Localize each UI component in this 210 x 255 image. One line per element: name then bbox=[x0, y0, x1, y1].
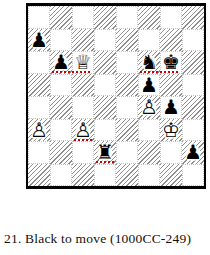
piece-black-king-g6: ♚ bbox=[162, 51, 180, 73]
piece-white-pawn-a3: ♙ bbox=[30, 119, 48, 141]
square-c1 bbox=[72, 164, 94, 187]
piece-black-rook-d2: ♜ bbox=[96, 141, 114, 163]
diagram-caption: 21. Black to move (1000CC-249) bbox=[4, 231, 191, 247]
square-b8 bbox=[50, 6, 72, 29]
square-d8 bbox=[94, 6, 116, 29]
red-squiggle-underline-d2 bbox=[96, 161, 114, 163]
square-f4: ♙ bbox=[138, 96, 160, 119]
square-a3: ♙ bbox=[28, 119, 50, 142]
square-f1 bbox=[138, 164, 160, 187]
square-b5 bbox=[50, 74, 72, 97]
square-e5 bbox=[116, 74, 138, 97]
square-a2 bbox=[28, 141, 50, 164]
square-d6 bbox=[94, 51, 116, 74]
square-f8 bbox=[138, 6, 160, 29]
square-e6 bbox=[116, 51, 138, 74]
piece-black-pawn-g4: ♟ bbox=[162, 96, 180, 118]
square-g5 bbox=[160, 74, 182, 97]
square-h5 bbox=[182, 74, 204, 97]
square-f7 bbox=[138, 29, 160, 52]
square-g1 bbox=[160, 164, 182, 187]
square-g2 bbox=[160, 141, 182, 164]
square-a1 bbox=[28, 164, 50, 187]
square-c5 bbox=[72, 74, 94, 97]
square-h1 bbox=[182, 164, 204, 187]
square-b4 bbox=[50, 96, 72, 119]
square-b7 bbox=[50, 29, 72, 52]
square-g4: ♟ bbox=[160, 96, 182, 119]
square-c8 bbox=[72, 6, 94, 29]
square-d5 bbox=[94, 74, 116, 97]
square-h6 bbox=[182, 51, 204, 74]
square-a5 bbox=[28, 74, 50, 97]
piece-black-knight-f6: ♞ bbox=[140, 51, 158, 73]
square-d7 bbox=[94, 29, 116, 52]
piece-black-pawn-b6: ♟ bbox=[52, 51, 70, 73]
square-e2 bbox=[116, 141, 138, 164]
square-b1 bbox=[50, 164, 72, 187]
square-e7 bbox=[116, 29, 138, 52]
square-h4 bbox=[182, 96, 204, 119]
square-f2 bbox=[138, 141, 160, 164]
square-b2 bbox=[50, 141, 72, 164]
square-d1 bbox=[94, 164, 116, 187]
piece-black-pawn-h2: ♟ bbox=[184, 141, 202, 163]
square-h7 bbox=[182, 29, 204, 52]
piece-white-pawn-c3: ♙ bbox=[74, 119, 92, 141]
square-g3: ♔ bbox=[160, 119, 182, 142]
square-f3 bbox=[138, 119, 160, 142]
square-a6 bbox=[28, 51, 50, 74]
red-squiggle-underline-b6-c6 bbox=[52, 71, 92, 73]
piece-white-queen-c6: ♕ bbox=[74, 51, 92, 73]
square-c7 bbox=[72, 29, 94, 52]
square-c2 bbox=[72, 141, 94, 164]
square-d4 bbox=[94, 96, 116, 119]
square-a7: ♟ bbox=[28, 29, 50, 52]
square-a8 bbox=[28, 6, 50, 29]
piece-white-king-g3: ♔ bbox=[162, 119, 180, 141]
square-g8 bbox=[160, 6, 182, 29]
square-f5: ♟ bbox=[138, 74, 160, 97]
red-squiggle-underline-f6-g6 bbox=[140, 71, 180, 73]
square-a4 bbox=[28, 96, 50, 119]
square-g7 bbox=[160, 29, 182, 52]
square-h8 bbox=[182, 6, 204, 29]
square-h3 bbox=[182, 119, 204, 142]
square-b3 bbox=[50, 119, 72, 142]
chess-board: ♟♟♕♞♚♟♙♟♙♙♔♜♟ bbox=[28, 6, 204, 186]
square-c4 bbox=[72, 96, 94, 119]
square-e1 bbox=[116, 164, 138, 187]
square-d3 bbox=[94, 119, 116, 142]
red-squiggle-underline-c3 bbox=[74, 139, 92, 141]
piece-black-pawn-f5: ♟ bbox=[140, 74, 158, 96]
chess-board-frame: ♟♟♕♞♚♟♙♟♙♙♔♜♟ bbox=[26, 3, 206, 189]
piece-black-pawn-a7: ♟ bbox=[30, 29, 48, 51]
square-e3 bbox=[116, 119, 138, 142]
square-h2: ♟ bbox=[182, 141, 204, 164]
piece-white-pawn-f4: ♙ bbox=[140, 96, 158, 118]
square-e4 bbox=[116, 96, 138, 119]
square-e8 bbox=[116, 6, 138, 29]
